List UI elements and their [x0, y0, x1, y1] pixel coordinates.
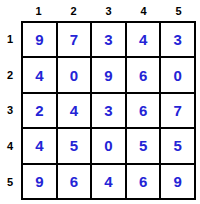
row-label-5: 5 — [0, 176, 20, 188]
column-header-4: 4 — [126, 2, 161, 20]
cell-r2c4[interactable]: 6 — [127, 58, 160, 91]
cell-r2c5[interactable]: 0 — [161, 58, 194, 91]
cell-r5c3[interactable]: 4 — [92, 165, 125, 198]
cell-r3c2[interactable]: 4 — [58, 94, 91, 127]
cell-r5c1[interactable]: 9 — [23, 165, 56, 198]
cell-r4c2[interactable]: 5 — [58, 129, 91, 162]
row-label-2: 2 — [0, 69, 20, 81]
row-label-4: 4 — [0, 140, 20, 152]
cell-r3c4[interactable]: 6 — [127, 94, 160, 127]
row-labels: 1 2 3 4 5 — [0, 21, 20, 200]
cell-r4c4[interactable]: 5 — [127, 129, 160, 162]
cell-r4c3[interactable]: 0 — [92, 129, 125, 162]
row-label-3: 3 — [0, 104, 20, 116]
cell-r2c2[interactable]: 0 — [58, 58, 91, 91]
cell-r4c1[interactable]: 4 — [23, 129, 56, 162]
cell-r1c5[interactable]: 3 — [161, 23, 194, 56]
cell-r2c1[interactable]: 4 — [23, 58, 56, 91]
cell-r1c1[interactable]: 9 — [23, 23, 56, 56]
column-header-2: 2 — [56, 2, 91, 20]
column-header-3: 3 — [91, 2, 126, 20]
cell-r1c4[interactable]: 4 — [127, 23, 160, 56]
cell-r1c2[interactable]: 7 — [58, 23, 91, 56]
cell-r3c3[interactable]: 3 — [92, 94, 125, 127]
number-grid-board: 9 7 3 4 3 4 0 9 6 0 2 4 3 6 7 4 5 0 5 5 … — [21, 21, 196, 200]
cell-r5c5[interactable]: 9 — [161, 165, 194, 198]
row-label-1: 1 — [0, 33, 20, 45]
cell-r4c5[interactable]: 5 — [161, 129, 194, 162]
column-header-1: 1 — [21, 2, 56, 20]
cell-r1c3[interactable]: 3 — [92, 23, 125, 56]
cell-r3c5[interactable]: 7 — [161, 94, 194, 127]
column-header-5: 5 — [161, 2, 196, 20]
number-grid-page: 1 2 3 4 5 1 2 3 4 5 9 7 3 4 3 4 0 9 6 0 … — [0, 0, 200, 204]
cell-r5c2[interactable]: 6 — [58, 165, 91, 198]
cell-r2c3[interactable]: 9 — [92, 58, 125, 91]
column-headers: 1 2 3 4 5 — [21, 0, 196, 20]
cell-r5c4[interactable]: 6 — [127, 165, 160, 198]
cell-r3c1[interactable]: 2 — [23, 94, 56, 127]
